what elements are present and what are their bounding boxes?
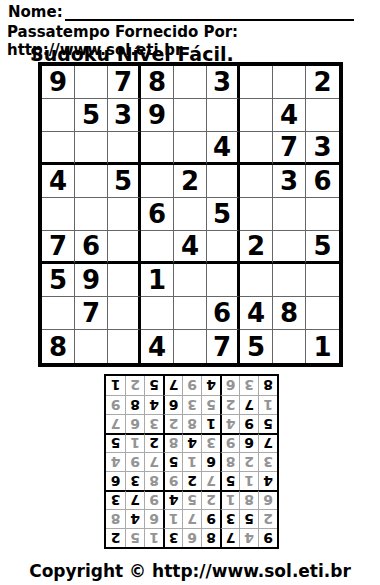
- puzzle-cell-r9c2[interactable]: [75, 330, 108, 363]
- puzzle-cell-r8c7: 4: [240, 297, 273, 330]
- puzzle-cell-r7c6[interactable]: [207, 264, 240, 297]
- puzzle-cell-r6c7: 2: [240, 231, 273, 264]
- solution-cell-r5c9: 4: [106, 452, 125, 471]
- solution-cell-r8c9: 9: [106, 395, 125, 414]
- solution-cell-r7c8: 6: [125, 414, 144, 433]
- solution-cell-r9c8: 2: [125, 376, 144, 395]
- solution-cell-r1c4: 8: [201, 528, 220, 547]
- solution-cell-r5c4: 6: [201, 452, 220, 471]
- puzzle-cell-r3c3[interactable]: [108, 132, 141, 165]
- puzzle-cell-r9c9: 1: [306, 330, 339, 363]
- puzzle-cell-r4c8: 3: [273, 165, 306, 198]
- puzzle-cell-r2c8: 4: [273, 99, 306, 132]
- solution-cell-r7c4: 1: [201, 414, 220, 433]
- puzzle-cell-r2c6[interactable]: [207, 99, 240, 132]
- puzzle-cell-r1c8[interactable]: [273, 66, 306, 99]
- solution-cell-r6c9: 5: [106, 433, 125, 452]
- solution-cell-r8c7: 4: [144, 395, 163, 414]
- puzzle-cell-r5c5[interactable]: [174, 198, 207, 231]
- puzzle-cell-r7c7[interactable]: [240, 264, 273, 297]
- puzzle-cell-r8c3[interactable]: [108, 297, 141, 330]
- solution-cell-r5c8: 9: [125, 452, 144, 471]
- puzzle-cell-r8c6: 6: [207, 297, 240, 330]
- solution-cell-r5c6: 5: [163, 452, 182, 471]
- solution-cell-r3c3: 1: [220, 490, 239, 509]
- puzzle-cell-r5c4: 6: [141, 198, 174, 231]
- solution-cell-r3c8: 7: [125, 490, 144, 509]
- puzzle-cell-r2c9[interactable]: [306, 99, 339, 132]
- solution-cell-r7c7: 3: [144, 414, 163, 433]
- solution-cell-r1c1: 9: [258, 528, 277, 547]
- puzzle-cell-r4c4[interactable]: [141, 165, 174, 198]
- puzzle-cell-r2c5[interactable]: [174, 99, 207, 132]
- puzzle-cell-r7c5[interactable]: [174, 264, 207, 297]
- solution-cell-r2c5: 7: [182, 509, 201, 528]
- puzzle-cell-r5c2[interactable]: [75, 198, 108, 231]
- copyright-line: Copyright © http://www.sol.eti.br: [0, 561, 380, 581]
- puzzle-cell-r5c3[interactable]: [108, 198, 141, 231]
- puzzle-cell-r8c2: 7: [75, 297, 108, 330]
- puzzle-cell-r3c1[interactable]: [42, 132, 75, 165]
- solution-cell-r6c2: 6: [239, 433, 258, 452]
- solution-cell-r4c1: 4: [258, 471, 277, 490]
- solution-cell-r6c7: 2: [144, 433, 163, 452]
- solution-cell-r9c5: 9: [182, 376, 201, 395]
- puzzle-cell-r1c2[interactable]: [75, 66, 108, 99]
- puzzle-cell-r1c3: 7: [108, 66, 141, 99]
- puzzle-cell-r5c8[interactable]: [273, 198, 306, 231]
- puzzle-cell-r3c2[interactable]: [75, 132, 108, 165]
- puzzle-cell-r2c2: 5: [75, 99, 108, 132]
- puzzle-cell-r5c9[interactable]: [306, 198, 339, 231]
- solution-cell-r4c5: 2: [182, 471, 201, 490]
- puzzle-cell-r1c7[interactable]: [240, 66, 273, 99]
- solution-cell-r9c4: 4: [201, 376, 220, 395]
- solution-cell-r9c6: 7: [163, 376, 182, 395]
- solution-cell-r2c8: 4: [125, 509, 144, 528]
- puzzle-cell-r7c3[interactable]: [108, 264, 141, 297]
- solution-cell-r3c5: 5: [182, 490, 201, 509]
- solution-cell-r6c6: 8: [163, 433, 182, 452]
- puzzle-cell-r9c4: 4: [141, 330, 174, 363]
- puzzle-cell-r1c6: 3: [207, 66, 240, 99]
- puzzle-cell-r6c6[interactable]: [207, 231, 240, 264]
- solution-cell-r4c8: 3: [125, 471, 144, 490]
- solution-cell-r6c1: 7: [258, 433, 277, 452]
- solution-cell-r7c2: 9: [239, 414, 258, 433]
- puzzle-cell-r1c1: 9: [42, 66, 75, 99]
- solution-cell-r7c3: 4: [220, 414, 239, 433]
- puzzle-cell-r4c5: 2: [174, 165, 207, 198]
- puzzle-cell-r9c7: 5: [240, 330, 273, 363]
- solution-cell-r8c5: 3: [182, 395, 201, 414]
- solution-cell-r6c4: 3: [201, 433, 220, 452]
- puzzle-cell-r2c1[interactable]: [42, 99, 75, 132]
- solution-cell-r2c7: 6: [144, 509, 163, 528]
- puzzle-cell-r7c8[interactable]: [273, 264, 306, 297]
- solution-cell-r8c1: 1: [258, 395, 277, 414]
- puzzle-cell-r3c5[interactable]: [174, 132, 207, 165]
- puzzle-cell-r1c5[interactable]: [174, 66, 207, 99]
- solution-cell-r3c4: 2: [201, 490, 220, 509]
- puzzle-cell-r5c7[interactable]: [240, 198, 273, 231]
- solution-cell-r4c7: 8: [144, 471, 163, 490]
- solution-cell-r1c6: 3: [163, 528, 182, 547]
- solution-cell-r7c6: 2: [163, 414, 182, 433]
- solution-cell-r1c3: 7: [220, 528, 239, 547]
- puzzle-cell-r4c6[interactable]: [207, 165, 240, 198]
- puzzle-cell-r7c9[interactable]: [306, 264, 339, 297]
- solution-cell-r5c7: 7: [144, 452, 163, 471]
- solution-cell-r5c5: 1: [182, 452, 201, 471]
- puzzle-cell-r4c9: 6: [306, 165, 339, 198]
- solution-cell-r9c1: 8: [258, 376, 277, 395]
- puzzle-cell-r8c8: 8: [273, 297, 306, 330]
- puzzle-cell-r4c7[interactable]: [240, 165, 273, 198]
- puzzle-cell-r2c3: 3: [108, 99, 141, 132]
- solution-cell-r9c9: 1: [106, 376, 125, 395]
- solution-cell-r7c1: 5: [258, 414, 277, 433]
- solution-cell-r8c6: 6: [163, 395, 182, 414]
- solution-cell-r6c5: 4: [182, 433, 201, 452]
- solution-cell-r1c8: 5: [125, 528, 144, 547]
- solution-cell-r5c3: 8: [220, 452, 239, 471]
- puzzle-cell-r4c1: 4: [42, 165, 75, 198]
- solution-cell-r4c2: 1: [239, 471, 258, 490]
- solution-cell-r3c1: 6: [258, 490, 277, 509]
- solution-grid: 9478631522539716486812549734157298363286…: [104, 374, 279, 549]
- name-label: Nome:: [8, 3, 63, 21]
- puzzle-cell-r7c1: 5: [42, 264, 75, 297]
- solution-cell-r8c8: 8: [125, 395, 144, 414]
- puzzle-cell-r3c4[interactable]: [141, 132, 174, 165]
- puzzle-cell-r9c5[interactable]: [174, 330, 207, 363]
- puzzle-cell-r8c5[interactable]: [174, 297, 207, 330]
- puzzle-cell-r6c8[interactable]: [273, 231, 306, 264]
- solution-cell-r6c3: 9: [220, 433, 239, 452]
- name-row: Nome:: [8, 3, 354, 21]
- solution-cell-r8c2: 7: [239, 395, 258, 414]
- solution-cell-r9c3: 6: [220, 376, 239, 395]
- solution-cell-r2c4: 9: [201, 509, 220, 528]
- solution-cell-r9c7: 5: [144, 376, 163, 395]
- puzzle-cell-r3c8: 7: [273, 132, 306, 165]
- solution-cell-r6c8: 1: [125, 433, 144, 452]
- puzzle-cell-r1c9: 2: [306, 66, 339, 99]
- solution-cell-r4c9: 6: [106, 471, 125, 490]
- puzzle-cell-r7c2: 9: [75, 264, 108, 297]
- puzzle-cell-r8c1[interactable]: [42, 297, 75, 330]
- name-blank-line[interactable]: [65, 5, 354, 21]
- puzzle-cell-r3c9: 3: [306, 132, 339, 165]
- solution-cell-r7c5: 8: [182, 414, 201, 433]
- puzzle-cell-r3c6: 4: [207, 132, 240, 165]
- solution-cell-r8c3: 2: [220, 395, 239, 414]
- puzzle-cell-r5c6: 5: [207, 198, 240, 231]
- solution-cell-r2c6: 1: [163, 509, 182, 528]
- solution-cell-r2c1: 2: [258, 509, 277, 528]
- puzzle-cell-r1c4: 8: [141, 66, 174, 99]
- solution-cell-r2c2: 5: [239, 509, 258, 528]
- solution-cell-r2c3: 3: [220, 509, 239, 528]
- puzzle-cell-r9c8[interactable]: [273, 330, 306, 363]
- solution-cell-r1c5: 6: [182, 528, 201, 547]
- solution-cell-r1c9: 2: [106, 528, 125, 547]
- solution-cell-r3c6: 4: [163, 490, 182, 509]
- solution-cell-r5c1: 3: [258, 452, 277, 471]
- solution-cell-r2c9: 8: [106, 509, 125, 528]
- puzzle-cell-r6c5: 4: [174, 231, 207, 264]
- puzzle-cell-r8c4[interactable]: [141, 297, 174, 330]
- puzzle-cell-r9c6: 7: [207, 330, 240, 363]
- solution-cell-r4c4: 7: [201, 471, 220, 490]
- puzzle-cell-r6c4[interactable]: [141, 231, 174, 264]
- solution-cell-r7c9: 7: [106, 414, 125, 433]
- puzzle-cell-r2c7[interactable]: [240, 99, 273, 132]
- solution-cell-r4c3: 5: [220, 471, 239, 490]
- puzzle-cell-r9c1: 8: [42, 330, 75, 363]
- puzzle-cell-r4c3: 5: [108, 165, 141, 198]
- puzzle-cell-r9c3[interactable]: [108, 330, 141, 363]
- worksheet-page: Nome: Passatempo Fornecido Por: http://w…: [0, 0, 380, 585]
- solution-cell-r5c2: 2: [239, 452, 258, 471]
- puzzle-cell-r6c9: 5: [306, 231, 339, 264]
- solution-cell-r1c2: 4: [239, 528, 258, 547]
- puzzle-cell-r5c1[interactable]: [42, 198, 75, 231]
- puzzle-grid: 978325394473452366576425591764884751: [38, 62, 343, 367]
- solution-cell-r3c7: 9: [144, 490, 163, 509]
- puzzle-cell-r7c4: 1: [141, 264, 174, 297]
- puzzle-cell-r2c4: 9: [141, 99, 174, 132]
- solution-cell-r1c7: 1: [144, 528, 163, 547]
- puzzle-cell-r6c1: 7: [42, 231, 75, 264]
- solution-cell-r3c2: 8: [239, 490, 258, 509]
- puzzle-cell-r3c7[interactable]: [240, 132, 273, 165]
- solution-cell-r3c9: 3: [106, 490, 125, 509]
- puzzle-cell-r4c2[interactable]: [75, 165, 108, 198]
- puzzle-cell-r8c9[interactable]: [306, 297, 339, 330]
- puzzle-cell-r6c2: 6: [75, 231, 108, 264]
- solution-cell-r4c6: 9: [163, 471, 182, 490]
- solution-cell-r9c2: 3: [239, 376, 258, 395]
- solution-cell-r8c4: 5: [201, 395, 220, 414]
- puzzle-cell-r6c3[interactable]: [108, 231, 141, 264]
